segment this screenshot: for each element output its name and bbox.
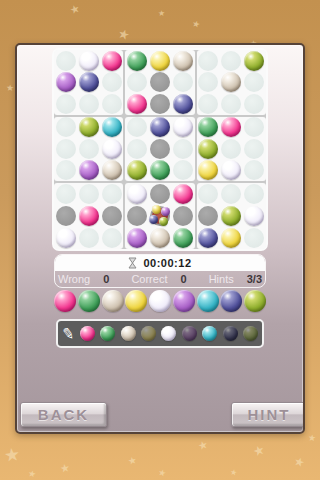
cell-r2-c5[interactable] [148, 72, 171, 94]
game-panel: 00:00:12 Wrong 0 Correct 0 Hints 3/3 ✎ [15, 43, 305, 434]
cell-r6-c8[interactable] [220, 160, 243, 182]
highlighted-empty-slot [198, 206, 218, 226]
cell-r5-c4[interactable] [125, 138, 148, 160]
cell-r3-c3[interactable] [100, 93, 123, 115]
star-icon: ★ [68, 3, 81, 17]
empty-slot [102, 184, 122, 204]
band-1-2 [125, 50, 194, 115]
cell-r7-c5[interactable] [148, 183, 171, 205]
empty-slot [127, 72, 147, 92]
empty-slot [221, 139, 241, 159]
timer-stats-box: 00:00:12 Wrong 0 Correct 0 Hints 3/3 [54, 254, 266, 288]
star-icon: ★ [292, 455, 306, 470]
correct-label: Correct [131, 273, 167, 285]
cell-r7-c7[interactable] [197, 183, 220, 205]
olive-ball [79, 117, 99, 137]
empty-slot [244, 117, 264, 137]
olive-ball [127, 160, 147, 180]
timer-value: 00:00:12 [143, 257, 191, 269]
cell-r4-c5[interactable] [148, 117, 171, 139]
cell-r5-c9[interactable] [243, 138, 266, 160]
cell-r9-c1[interactable] [54, 227, 77, 249]
cell-r8-c9[interactable] [243, 205, 266, 227]
cell-r6-c3[interactable] [100, 160, 123, 182]
empty-slot [56, 160, 76, 180]
white-ball [244, 206, 264, 226]
cell-r5-c3[interactable] [100, 138, 123, 160]
cell-r2-c8[interactable] [220, 72, 243, 94]
empty-slot [198, 184, 218, 204]
purple-ball [127, 228, 147, 248]
cell-r9-c2[interactable] [77, 227, 100, 249]
band-1-3 [197, 50, 266, 115]
pencil-icon[interactable]: ✎ [61, 325, 76, 342]
band-2-2 [125, 117, 194, 182]
cell-r8-c6[interactable] [172, 205, 195, 227]
cell-r6-c7[interactable] [197, 160, 220, 182]
highlighted-empty-slot [150, 139, 170, 159]
purple-ball [161, 207, 170, 216]
pink-ball [127, 94, 147, 114]
cell-r6-c4[interactable] [125, 160, 148, 182]
cell-r1-c6[interactable] [172, 50, 195, 72]
empty-slot [198, 72, 218, 92]
cell-r5-c5[interactable] [148, 138, 171, 160]
cell-r4-c9[interactable] [243, 117, 266, 139]
star-icon: ★ [59, 462, 71, 475]
empty-slot [56, 51, 76, 71]
band-1-1 [54, 50, 123, 115]
empty-slot [244, 160, 264, 180]
empty-slot [102, 228, 122, 248]
hints-value: 3/3 [247, 273, 262, 285]
palette-ball-cyan[interactable] [197, 290, 219, 312]
pencil-ball-pink[interactable] [80, 326, 95, 341]
hourglass-icon [128, 257, 137, 269]
star-icon: ★ [6, 84, 14, 93]
hints-label: Hints [209, 273, 234, 285]
cell-r2-c6[interactable] [172, 72, 195, 94]
cell-r5-c1[interactable] [54, 138, 77, 160]
navy-ball [79, 72, 99, 92]
highlighted-empty-slot [56, 206, 76, 226]
cell-r4-c3[interactable] [100, 117, 123, 139]
olive-ball [198, 139, 218, 159]
game-screen: ★★★★★★★★★★★★★★★★★★★ 00:00:12 Wrong 0 Cor… [0, 0, 320, 480]
cell-r7-c2[interactable] [77, 183, 100, 205]
cell-r2-c2[interactable] [77, 72, 100, 94]
empty-slot [173, 160, 193, 180]
white-ball [102, 139, 122, 159]
back-button[interactable]: BACK [20, 402, 107, 427]
cell-r2-c1[interactable] [54, 72, 77, 94]
pencil-ball-purple[interactable] [182, 326, 197, 341]
star-icon: ★ [191, 19, 201, 30]
cell-r3-c4[interactable] [125, 93, 148, 115]
star-icon: ★ [27, 469, 37, 479]
empty-slot [56, 139, 76, 159]
sudoku-board [52, 48, 268, 251]
cell-r8-c8[interactable] [220, 205, 243, 227]
pencil-note-bar: ✎ [56, 319, 264, 348]
empty-slot [56, 184, 76, 204]
cell-r7-c8[interactable] [220, 183, 243, 205]
pencil-ball-olive[interactable] [243, 326, 258, 341]
palette-ball-yellow[interactable] [125, 290, 147, 312]
white-ball [221, 160, 241, 180]
cell-r1-c9[interactable] [243, 50, 266, 72]
cell-r5-c8[interactable] [220, 138, 243, 160]
color-palette [54, 289, 266, 313]
pink-ball [221, 117, 241, 137]
navy-ball [198, 228, 218, 248]
highlighted-empty-slot [127, 206, 147, 226]
cell-r2-c4[interactable] [125, 72, 148, 94]
white-ball [127, 184, 147, 204]
green-ball [198, 117, 218, 137]
white-ball [79, 51, 99, 71]
star-icon: ★ [127, 455, 138, 467]
band-3-3 [197, 183, 266, 249]
star-icon: ★ [157, 468, 167, 479]
olive-ball [159, 217, 168, 226]
band-3-1 [54, 183, 123, 249]
pencil-ball-green[interactable] [100, 326, 115, 341]
cell-r7-c6[interactable] [172, 183, 195, 205]
cell-r9-c7[interactable] [197, 227, 220, 249]
white-ball [56, 228, 76, 248]
empty-slot [244, 139, 264, 159]
highlighted-empty-slot [150, 184, 170, 204]
yellow-ball [152, 205, 161, 214]
pencil-ball-beige[interactable] [121, 326, 136, 341]
palette-ball-green[interactable] [78, 290, 100, 312]
empty-slot [244, 228, 264, 248]
cell-r6-c1[interactable] [54, 160, 77, 182]
star-icon: ★ [3, 445, 21, 465]
yellow-ball [150, 51, 170, 71]
cell-r2-c3[interactable] [100, 72, 123, 94]
yellow-ball [198, 160, 218, 180]
cell-r4-c6[interactable] [172, 117, 195, 139]
empty-slot [173, 139, 193, 159]
pencil-ball-yellow[interactable] [141, 326, 156, 341]
cell-r9-c3[interactable] [100, 227, 123, 249]
band-2-3 [197, 117, 266, 182]
band-3-2 [125, 183, 194, 249]
purple-ball [56, 72, 76, 92]
cell-r8-c7[interactable] [197, 205, 220, 227]
wrong-value: 0 [103, 273, 109, 285]
olive-ball [244, 51, 264, 71]
empty-slot [198, 51, 218, 71]
cell-r3-c1[interactable] [54, 93, 77, 115]
cell-r3-c6[interactable] [172, 93, 195, 115]
beige-ball [173, 51, 193, 71]
cell-r5-c6[interactable] [172, 138, 195, 160]
star-icon: ★ [158, 10, 165, 18]
cell-r1-c1[interactable] [54, 50, 77, 72]
empty-slot [221, 184, 241, 204]
timer-bar: 00:00:12 [55, 255, 265, 271]
cell-r4-c7[interactable] [197, 117, 220, 139]
beige-ball [150, 228, 170, 248]
empty-slot [173, 72, 193, 92]
cell-r6-c6[interactable] [172, 160, 195, 182]
navy-ball [173, 94, 193, 114]
green-ball [173, 228, 193, 248]
empty-slot [79, 94, 99, 114]
star-icon: ★ [116, 27, 131, 43]
cell-r9-c9[interactable] [243, 227, 266, 249]
empty-slot [198, 94, 218, 114]
highlighted-empty-slot [150, 72, 170, 92]
empty-slot [127, 139, 147, 159]
cell-r6-c2[interactable] [77, 160, 100, 182]
empty-slot [56, 94, 76, 114]
empty-slot [127, 117, 147, 137]
empty-slot [102, 94, 122, 114]
cell-r7-c4[interactable] [125, 183, 148, 205]
pink-ball [79, 206, 99, 226]
cell-r9-c8[interactable] [220, 227, 243, 249]
empty-slot [244, 94, 264, 114]
cell-r6-c5[interactable] [148, 160, 171, 182]
empty-slot [79, 228, 99, 248]
palette-ball-white[interactable] [149, 290, 171, 312]
cell-r4-c4[interactable] [125, 117, 148, 139]
cell-r9-c5[interactable] [148, 227, 171, 249]
empty-slot [221, 94, 241, 114]
pink-ball [173, 184, 193, 204]
cell-r4-c1[interactable] [54, 117, 77, 139]
empty-slot [244, 72, 264, 92]
palette-ball-purple[interactable] [173, 290, 195, 312]
empty-slot [244, 184, 264, 204]
cell-r8-c4[interactable] [125, 205, 148, 227]
cell-r3-c9[interactable] [243, 93, 266, 115]
cell-r3-c5[interactable] [148, 93, 171, 115]
green-ball [127, 51, 147, 71]
stats-row: Wrong 0 Correct 0 Hints 3/3 [55, 271, 265, 287]
band-2-1 [54, 117, 123, 182]
navy-ball [150, 117, 170, 137]
cell-r2-c7[interactable] [197, 72, 220, 94]
correct-value: 0 [180, 273, 186, 285]
cell-r7-c3[interactable] [100, 183, 123, 205]
green-ball [150, 160, 170, 180]
palette-ball-navy[interactable] [220, 290, 242, 312]
pencil-ball-navy[interactable] [223, 326, 238, 341]
pencil-ball-white[interactable] [161, 326, 176, 341]
cell-r8-c2[interactable] [77, 205, 100, 227]
cell-r7-c9[interactable] [243, 183, 266, 205]
cell-r5-c7[interactable] [197, 138, 220, 160]
palette-ball-beige[interactable] [102, 290, 124, 312]
cell-r1-c4[interactable] [125, 50, 148, 72]
star-icon: ★ [251, 442, 266, 458]
empty-slot [79, 184, 99, 204]
cell-r8-c1[interactable] [54, 205, 77, 227]
wrong-label: Wrong [58, 273, 90, 285]
cell-r8-c5[interactable] [148, 205, 171, 227]
empty-slot [221, 51, 241, 71]
cell-r3-c7[interactable] [197, 93, 220, 115]
white-ball [173, 117, 193, 137]
star-icon: ★ [308, 434, 317, 444]
palette-ball-pink[interactable] [54, 290, 76, 312]
star-icon: ★ [197, 439, 210, 452]
note-cell [149, 205, 171, 227]
highlighted-empty-slot [150, 94, 170, 114]
cell-r8-c3[interactable] [100, 205, 123, 227]
highlighted-empty-slot [102, 206, 122, 226]
hint-button[interactable]: HINT [231, 402, 305, 427]
navy-ball [149, 215, 158, 224]
cell-r4-c8[interactable] [220, 117, 243, 139]
pencil-ball-cyan[interactable] [202, 326, 217, 341]
cell-r3-c8[interactable] [220, 93, 243, 115]
cell-r1-c8[interactable] [220, 50, 243, 72]
cell-r2-c9[interactable] [243, 72, 266, 94]
star-icon: ★ [229, 468, 237, 477]
cell-r1-c7[interactable] [197, 50, 220, 72]
cell-r5-c2[interactable] [77, 138, 100, 160]
beige-ball [102, 160, 122, 180]
cell-r1-c3[interactable] [100, 50, 123, 72]
empty-slot [56, 117, 76, 137]
empty-slot [102, 72, 122, 92]
cell-r3-c2[interactable] [77, 93, 100, 115]
highlighted-empty-slot [173, 206, 193, 226]
cell-r6-c9[interactable] [243, 160, 266, 182]
cell-r9-c4[interactable] [125, 227, 148, 249]
pink-ball [102, 51, 122, 71]
cell-r1-c5[interactable] [148, 50, 171, 72]
cell-r9-c6[interactable] [172, 227, 195, 249]
cell-r7-c1[interactable] [54, 183, 77, 205]
olive-ball [221, 206, 241, 226]
beige-ball [221, 72, 241, 92]
cyan-ball [102, 117, 122, 137]
palette-ball-olive[interactable] [244, 290, 266, 312]
empty-slot [79, 139, 99, 159]
purple-ball [79, 160, 99, 180]
yellow-ball [221, 228, 241, 248]
cell-r1-c2[interactable] [77, 50, 100, 72]
cell-r4-c2[interactable] [77, 117, 100, 139]
